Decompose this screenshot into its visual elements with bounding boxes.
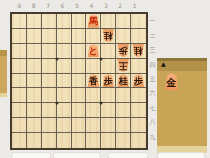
- board-cell-9一[interactable]: [12, 14, 27, 29]
- board-cell-4五[interactable]: 香: [86, 74, 101, 89]
- cutoff-control[interactable]: [157, 152, 205, 158]
- board-cell-6三[interactable]: [57, 44, 72, 59]
- board-cell-1一[interactable]: [131, 14, 146, 29]
- piece-gote-3二[interactable]: 桂: [102, 29, 115, 43]
- board-cell-7九[interactable]: [42, 133, 57, 148]
- board-cell-1五[interactable]: 歩: [131, 74, 146, 89]
- board-cell-2九[interactable]: [116, 133, 131, 148]
- board-cell-4一[interactable]: 馬: [86, 14, 101, 29]
- piece-sente-4一[interactable]: 馬: [87, 14, 100, 28]
- star-point: [55, 57, 58, 60]
- board-cell-3九[interactable]: [101, 133, 116, 148]
- board-cell-1二[interactable]: [131, 29, 146, 44]
- rank-label: 九: [148, 130, 157, 144]
- hand-piece-gold[interactable]: 金: [164, 73, 179, 90]
- rank-label: 八: [148, 115, 157, 129]
- board-cell-9二[interactable]: [12, 29, 27, 44]
- piece-glyph: 馬: [89, 17, 98, 26]
- board-cell-5二[interactable]: [72, 29, 87, 44]
- board-cell-7六[interactable]: [42, 88, 57, 103]
- board-cell-3二[interactable]: 桂: [101, 29, 116, 44]
- board-cell-4三[interactable]: と: [86, 44, 101, 59]
- piece-glyph: 歩: [104, 77, 113, 86]
- board-cell-4二[interactable]: [86, 29, 101, 44]
- board-cell-2二[interactable]: [116, 29, 131, 44]
- board-cell-5四[interactable]: [72, 59, 87, 74]
- piece-glyph: 歩: [119, 45, 128, 54]
- piece-sente-1五[interactable]: 歩: [132, 74, 145, 88]
- board-cell-5三[interactable]: [72, 44, 87, 59]
- piece-sente-3五[interactable]: 歩: [102, 74, 115, 88]
- board-cell-6五[interactable]: [57, 74, 72, 89]
- piece-sente-4五[interactable]: 香: [87, 74, 100, 88]
- board-cell-9八[interactable]: [12, 118, 27, 133]
- board-cell-8六[interactable]: [27, 88, 42, 103]
- board-cell-9四[interactable]: [12, 59, 27, 74]
- board-cell-6二[interactable]: [57, 29, 72, 44]
- board-cell-2四[interactable]: 王: [116, 59, 131, 74]
- board-cell-4八[interactable]: [86, 118, 101, 133]
- board-cell-6九[interactable]: [57, 133, 72, 148]
- board-cell-5八[interactable]: [72, 118, 87, 133]
- sente-piece-stand: ▲ 金: [157, 58, 207, 153]
- board-cell-7三[interactable]: [42, 44, 57, 59]
- star-point: [100, 102, 103, 105]
- board-cell-2八[interactable]: [116, 118, 131, 133]
- board-cell-8一[interactable]: [27, 14, 42, 29]
- board-cell-6七[interactable]: [57, 103, 72, 118]
- piece-gote-1三[interactable]: 桂: [132, 44, 145, 58]
- board-cell-7二[interactable]: [42, 29, 57, 44]
- board-cell-1四[interactable]: [131, 59, 146, 74]
- board-cell-9五[interactable]: [12, 74, 27, 89]
- board-cell-6八[interactable]: [57, 118, 72, 133]
- file-label: 2: [113, 3, 127, 9]
- sente-marker: ▲: [161, 61, 166, 67]
- board-cell-5一[interactable]: [72, 14, 87, 29]
- board-cell-8八[interactable]: [27, 118, 42, 133]
- board-cell-2七[interactable]: [116, 103, 131, 118]
- board-cell-6六[interactable]: [57, 88, 72, 103]
- piece-glyph: 桂: [134, 45, 143, 54]
- file-label: 6: [55, 3, 69, 9]
- board-cell-3一[interactable]: [101, 14, 116, 29]
- gote-piece-stand-edge: [0, 50, 7, 97]
- board-cell-7八[interactable]: [42, 118, 57, 133]
- file-label: 1: [128, 3, 142, 9]
- rank-label: 三: [148, 43, 157, 57]
- piece-glyph: 香: [89, 77, 98, 86]
- file-coordinates: 987654321: [12, 3, 142, 9]
- board-cell-1三[interactable]: 桂: [131, 44, 146, 59]
- file-label: 8: [26, 3, 40, 9]
- piece-sente-4三[interactable]: と: [87, 44, 100, 58]
- board-cell-1七[interactable]: [131, 103, 146, 118]
- board-cell-7四[interactable]: [42, 59, 57, 74]
- board-cell-6一[interactable]: [57, 14, 72, 29]
- rank-label: 四: [148, 57, 157, 71]
- board-cell-5九[interactable]: [72, 133, 87, 148]
- board-cell-3五[interactable]: 歩: [101, 74, 116, 89]
- board-cell-8九[interactable]: [27, 133, 42, 148]
- board-cell-3四[interactable]: [101, 59, 116, 74]
- board-cell-9九[interactable]: [12, 133, 27, 148]
- board-cell-8四[interactable]: [27, 59, 42, 74]
- rank-label: 一: [148, 14, 157, 28]
- file-label: 5: [70, 3, 84, 9]
- piece-glyph: 歩: [134, 77, 143, 86]
- file-label: 4: [84, 3, 98, 9]
- piece-glyph: 王: [119, 60, 128, 69]
- board-cell-4四[interactable]: [86, 59, 101, 74]
- file-label: 7: [41, 3, 55, 9]
- file-label: 9: [12, 3, 26, 9]
- file-label: 3: [99, 3, 113, 9]
- rank-label: 二: [148, 28, 157, 42]
- board-cell-8五[interactable]: [27, 74, 42, 89]
- board-cell-4七[interactable]: [86, 103, 101, 118]
- board-cell-6四[interactable]: [57, 59, 72, 74]
- board-grid: 馬桂と歩桂王香歩桂歩: [12, 14, 146, 148]
- cutoff-control[interactable]: [53, 152, 101, 158]
- board-cell-2三[interactable]: 歩: [116, 44, 131, 59]
- board-cell-1六[interactable]: [131, 88, 146, 103]
- board-cell-9六[interactable]: [12, 88, 27, 103]
- board-cell-3八[interactable]: [101, 118, 116, 133]
- piece-gote-2四[interactable]: 王: [117, 59, 130, 73]
- cutoff-control[interactable]: [11, 152, 51, 158]
- hand-piece-glyph: 金: [167, 78, 177, 88]
- board-cell-3七[interactable]: [101, 103, 116, 118]
- board-cell-9七[interactable]: [12, 103, 27, 118]
- piece-glyph: 桂: [119, 77, 128, 86]
- piece-gote-2三[interactable]: 歩: [117, 44, 130, 58]
- board-cell-3六[interactable]: [101, 88, 116, 103]
- board-cell-2五[interactable]: 桂: [116, 74, 131, 89]
- star-point: [100, 57, 103, 60]
- cutoff-control[interactable]: [108, 152, 148, 158]
- board-cell-2六[interactable]: [116, 88, 131, 103]
- rank-label: 六: [148, 86, 157, 100]
- board-cell-8三[interactable]: [27, 44, 42, 59]
- board-cell-8七[interactable]: [27, 103, 42, 118]
- board-cell-5六[interactable]: [72, 88, 87, 103]
- star-point: [55, 102, 58, 105]
- board-cell-7七[interactable]: [42, 103, 57, 118]
- piece-sente-2五[interactable]: 桂: [117, 74, 130, 88]
- board-cell-3三[interactable]: [101, 44, 116, 59]
- board-cell-5五[interactable]: [72, 74, 87, 89]
- board-cell-7五[interactable]: [42, 74, 57, 89]
- rank-label: 五: [148, 72, 157, 86]
- board-cell-9三[interactable]: [12, 44, 27, 59]
- board-cell-5七[interactable]: [72, 103, 87, 118]
- piece-glyph: 桂: [104, 30, 113, 39]
- board-cell-8二[interactable]: [27, 29, 42, 44]
- board-cell-1九[interactable]: [131, 133, 146, 148]
- board-cell-4六[interactable]: [86, 88, 101, 103]
- board-cell-7一[interactable]: [42, 14, 57, 29]
- board-cell-4九[interactable]: [86, 133, 101, 148]
- rank-label: 七: [148, 101, 157, 115]
- shogi-board: 馬桂と歩桂王香歩桂歩: [10, 12, 148, 150]
- board-cell-1八[interactable]: [131, 118, 146, 133]
- rank-coordinates: 一二三四五六七八九: [148, 14, 157, 144]
- piece-glyph: と: [89, 47, 98, 56]
- board-cell-2一[interactable]: [116, 14, 131, 29]
